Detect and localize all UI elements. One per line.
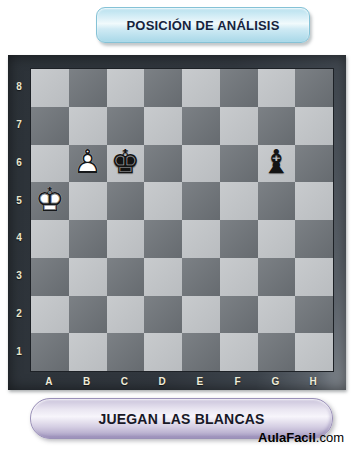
- file-label-f: F: [219, 372, 257, 390]
- square-e1[interactable]: [182, 333, 220, 371]
- square-f6[interactable]: [220, 145, 258, 183]
- square-a2[interactable]: [31, 296, 69, 334]
- file-label-a: A: [30, 372, 68, 390]
- file-label-e: E: [181, 372, 219, 390]
- site-credit: AulaFacil.com: [258, 430, 344, 445]
- file-label-h: H: [294, 372, 332, 390]
- square-c8[interactable]: [107, 69, 145, 107]
- square-f8[interactable]: [220, 69, 258, 107]
- square-b8[interactable]: [69, 69, 107, 107]
- board-frame: ♟♙♚♝♚♔ 87654321 ABCDEFGH: [8, 55, 346, 390]
- square-e6[interactable]: [182, 145, 220, 183]
- square-a3[interactable]: [31, 258, 69, 296]
- rank-label-2: 2: [8, 295, 30, 333]
- square-d8[interactable]: [144, 69, 182, 107]
- square-h8[interactable]: [295, 69, 333, 107]
- square-g4[interactable]: [258, 220, 296, 258]
- square-b4[interactable]: [69, 220, 107, 258]
- square-b2[interactable]: [69, 296, 107, 334]
- rank-label-4: 4: [8, 219, 30, 257]
- square-g6[interactable]: ♝: [258, 145, 296, 183]
- file-label-d: D: [143, 372, 181, 390]
- square-f3[interactable]: [220, 258, 258, 296]
- analysis-title-label: POSICIÓN DE ANÁLISIS: [126, 18, 279, 33]
- black-king-glyph: ♚: [111, 146, 141, 179]
- square-b1[interactable]: [69, 333, 107, 371]
- square-a4[interactable]: [31, 220, 69, 258]
- square-e5[interactable]: [182, 182, 220, 220]
- square-g3[interactable]: [258, 258, 296, 296]
- file-label-c: C: [106, 372, 144, 390]
- square-c1[interactable]: [107, 333, 145, 371]
- rank-label-8: 8: [8, 68, 30, 106]
- turn-banner-label: JUEGAN LAS BLANCAS: [98, 411, 264, 427]
- rank-label-3: 3: [8, 257, 30, 295]
- black-bishop-glyph: ♝: [262, 146, 292, 179]
- square-e2[interactable]: [182, 296, 220, 334]
- square-b3[interactable]: [69, 258, 107, 296]
- square-b7[interactable]: [69, 107, 107, 145]
- site-credit-suffix: .com: [316, 430, 344, 445]
- rank-label-7: 7: [8, 106, 30, 144]
- square-h7[interactable]: [295, 107, 333, 145]
- square-g2[interactable]: [258, 296, 296, 334]
- square-e7[interactable]: [182, 107, 220, 145]
- rank-label-1: 1: [8, 332, 30, 370]
- rank-label-6: 6: [8, 144, 30, 182]
- square-d3[interactable]: [144, 258, 182, 296]
- square-d6[interactable]: [144, 145, 182, 183]
- square-h3[interactable]: [295, 258, 333, 296]
- square-a7[interactable]: [31, 107, 69, 145]
- square-a6[interactable]: [31, 145, 69, 183]
- piece-white-pawn[interactable]: ♟♙: [69, 145, 107, 183]
- square-c4[interactable]: [107, 220, 145, 258]
- square-f2[interactable]: [220, 296, 258, 334]
- square-g7[interactable]: [258, 107, 296, 145]
- white-king-outline-glyph: ♔: [35, 183, 65, 216]
- file-label-b: B: [68, 372, 106, 390]
- file-label-g: G: [257, 372, 295, 390]
- square-e3[interactable]: [182, 258, 220, 296]
- square-a5[interactable]: ♚♔: [31, 182, 69, 220]
- square-c3[interactable]: [107, 258, 145, 296]
- square-d7[interactable]: [144, 107, 182, 145]
- square-d4[interactable]: [144, 220, 182, 258]
- square-c6[interactable]: ♚: [107, 145, 145, 183]
- square-f1[interactable]: [220, 333, 258, 371]
- square-e8[interactable]: [182, 69, 220, 107]
- square-d5[interactable]: [144, 182, 182, 220]
- site-credit-name: AulaFacil: [258, 430, 316, 445]
- piece-black-king[interactable]: ♚: [107, 145, 145, 183]
- square-h1[interactable]: [295, 333, 333, 371]
- square-e4[interactable]: [182, 220, 220, 258]
- square-g8[interactable]: [258, 69, 296, 107]
- square-b5[interactable]: [69, 182, 107, 220]
- square-h6[interactable]: [295, 145, 333, 183]
- square-g1[interactable]: [258, 333, 296, 371]
- square-c5[interactable]: [107, 182, 145, 220]
- square-f5[interactable]: [220, 182, 258, 220]
- square-d1[interactable]: [144, 333, 182, 371]
- square-a8[interactable]: [31, 69, 69, 107]
- white-pawn-outline-glyph: ♙: [73, 146, 103, 179]
- piece-white-king[interactable]: ♚♔: [31, 182, 69, 220]
- chess-board: ♟♙♚♝♚♔: [30, 68, 334, 372]
- square-g5[interactable]: [258, 182, 296, 220]
- square-c7[interactable]: [107, 107, 145, 145]
- square-h2[interactable]: [295, 296, 333, 334]
- square-b6[interactable]: ♟♙: [69, 145, 107, 183]
- analysis-title-banner: POSICIÓN DE ANÁLISIS: [96, 7, 310, 43]
- square-c2[interactable]: [107, 296, 145, 334]
- piece-black-bishop[interactable]: ♝: [258, 145, 296, 183]
- square-d2[interactable]: [144, 296, 182, 334]
- square-a1[interactable]: [31, 333, 69, 371]
- square-h5[interactable]: [295, 182, 333, 220]
- square-f7[interactable]: [220, 107, 258, 145]
- square-h4[interactable]: [295, 220, 333, 258]
- square-f4[interactable]: [220, 220, 258, 258]
- rank-label-5: 5: [8, 181, 30, 219]
